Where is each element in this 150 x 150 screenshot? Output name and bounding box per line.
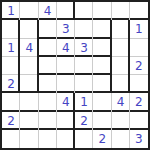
given-digit-r4c8[interactable]: 2 [130,57,148,75]
grid-cell-r8c3[interactable] [39,130,57,148]
grid-cell-r4c6[interactable] [93,57,111,75]
grid-cell-r4c5[interactable] [75,57,93,75]
grid-cell-r1c4[interactable] [57,2,75,20]
grid-cell-r8c4[interactable] [57,130,75,148]
given-digit-r6c4[interactable]: 4 [57,93,75,111]
grid-cell-r6c2[interactable] [20,93,38,111]
grid-cell-r5c8[interactable] [130,75,148,93]
given-digit-r5c1[interactable]: 2 [2,75,20,93]
grid-cell-r7c2[interactable] [20,112,38,130]
given-digit-r1c1[interactable]: 1 [2,2,20,20]
grid-cell-r5c6[interactable] [93,75,111,93]
grid-cell-r4c3[interactable] [39,57,57,75]
grid-cell-r8c7[interactable] [112,130,130,148]
grid-cell-r4c7[interactable] [112,57,130,75]
grid-cell-r7c8[interactable] [130,112,148,130]
grid-cell-r7c3[interactable] [39,112,57,130]
grid-cell-r7c6[interactable] [93,112,111,130]
given-digit-r1c3[interactable]: 4 [39,2,57,20]
grid-cell-r3c3[interactable] [39,39,57,57]
grid-cell-r5c4[interactable] [57,75,75,93]
grid-cell-r2c5[interactable] [75,20,93,38]
given-digit-r7c5[interactable]: 2 [75,112,93,130]
grid-cell-r5c3[interactable] [39,75,57,93]
grid-cell-r6c6[interactable] [93,93,111,111]
grid-cell-r3c8[interactable] [130,39,148,57]
grid-cell-r1c5[interactable] [75,2,93,20]
grid-cell-r5c5[interactable] [75,75,93,93]
grid-cell-r8c5[interactable] [75,130,93,148]
given-digit-r6c5[interactable]: 1 [75,93,93,111]
given-digit-r8c8[interactable]: 3 [130,130,148,148]
given-digit-r2c4[interactable]: 3 [57,20,75,38]
grid-cell-r2c3[interactable] [39,20,57,38]
given-digit-r7c1[interactable]: 2 [2,112,20,130]
grid-cell-r4c4[interactable] [57,57,75,75]
grid-cell-r8c1[interactable] [2,130,20,148]
grid-cell-r6c1[interactable] [2,93,20,111]
grid-cell-r3c7[interactable] [112,39,130,57]
grid-cell-r1c8[interactable] [130,2,148,20]
given-digit-r6c7[interactable]: 4 [112,93,130,111]
grid-cell-r4c2[interactable] [20,57,38,75]
grid-cell-r7c4[interactable] [57,112,75,130]
grid-cell-r3c6[interactable] [93,39,111,57]
given-digit-r8c6[interactable]: 2 [93,130,111,148]
grid-cell-r2c7[interactable] [112,20,130,38]
given-digit-r3c5[interactable]: 3 [75,39,93,57]
given-digit-r3c4[interactable]: 4 [57,39,75,57]
grid-cell-r5c7[interactable] [112,75,130,93]
given-digit-r3c1[interactable]: 1 [2,39,20,57]
grid-cell-r4c1[interactable] [2,57,20,75]
grid-cell-r1c7[interactable] [112,2,130,20]
grid-cell-r7c7[interactable] [112,112,130,130]
given-digit-r6c8[interactable]: 2 [130,93,148,111]
grid-cell-r2c1[interactable] [2,20,20,38]
grid-cell-r8c2[interactable] [20,130,38,148]
grid-cell-r1c6[interactable] [93,2,111,20]
grid-cell-r2c2[interactable] [20,20,38,38]
grid-cell-r6c3[interactable] [39,93,57,111]
grid-cell-r2c6[interactable] [93,20,111,38]
given-digit-r2c8[interactable]: 1 [130,20,148,38]
puzzle-board: 143114432241422223 [0,0,150,150]
given-digit-r3c2[interactable]: 4 [20,39,38,57]
grid-cell-r1c2[interactable] [20,2,38,20]
grid-cell-r5c2[interactable] [20,75,38,93]
